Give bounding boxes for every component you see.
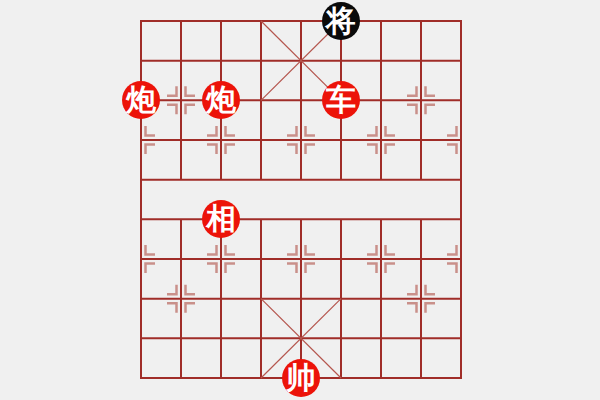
piece-red-cannon-left[interactable]: 炮 bbox=[122, 81, 160, 119]
piece-red-cannon-right[interactable]: 炮 bbox=[202, 81, 240, 119]
piece-red-elephant[interactable]: 相 bbox=[202, 200, 240, 238]
xiangqi-board: 将炮炮车相帅 bbox=[0, 0, 600, 400]
piece-red-chariot[interactable]: 车 bbox=[322, 81, 360, 119]
board-grid: 将炮炮车相帅 bbox=[121, 1, 481, 398]
piece-red-general[interactable]: 帅 bbox=[282, 359, 320, 397]
piece-black-general[interactable]: 将 bbox=[322, 2, 360, 40]
